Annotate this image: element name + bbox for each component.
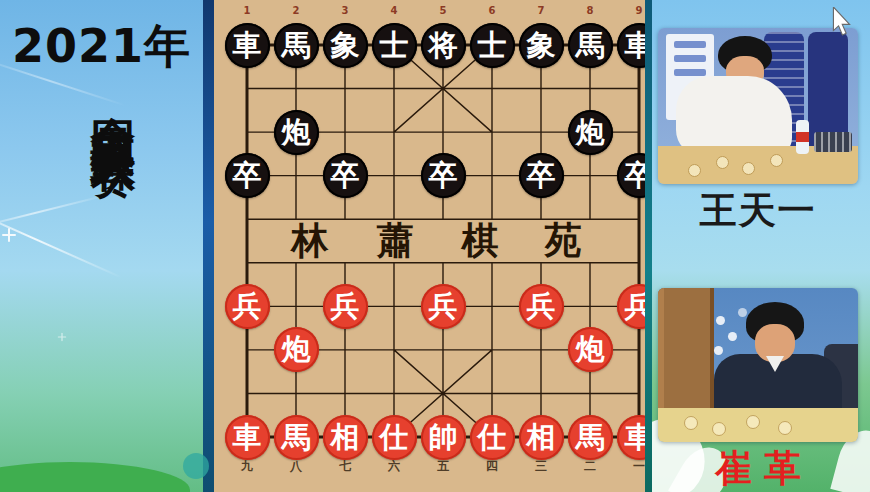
- bottom-column-number: 二: [584, 458, 596, 475]
- wooden-door: [658, 288, 714, 410]
- blossom-graphic: [714, 346, 723, 355]
- top-column-number: 6: [489, 5, 496, 16]
- player-name-bottom: 崔革: [658, 444, 858, 492]
- piece-black-象[interactable]: 象: [519, 23, 564, 68]
- piece-black-士[interactable]: 士: [470, 23, 515, 68]
- river-watermark-char: 林: [292, 216, 329, 266]
- piece-black-炮[interactable]: 炮: [568, 110, 613, 155]
- hill-graphic: [0, 462, 190, 492]
- xiangqi-piece-blur: [742, 162, 755, 175]
- piece-red-相[interactable]: 相: [323, 415, 368, 460]
- bottom-column-number: 九: [241, 458, 253, 475]
- blossom-graphic: [738, 308, 747, 317]
- bottom-column-number: 五: [437, 458, 449, 475]
- xiangqi-board: 123456789 林蕭棋苑 九八七六五四三二一 車馬象士将士象馬車炮炮卒卒卒卒…: [214, 0, 645, 492]
- event-title-vertical: 全国象棋甲级联赛: [88, 80, 138, 120]
- sparkle-streak: [0, 194, 108, 232]
- blossom-graphic: [716, 316, 725, 325]
- piece-black-卒[interactable]: 卒: [225, 153, 270, 198]
- piece-red-兵[interactable]: 兵: [421, 284, 466, 329]
- water-bottle: [796, 120, 809, 154]
- sparkle-streak: [0, 199, 122, 278]
- river-watermark-char: 苑: [545, 216, 582, 266]
- piece-black-馬[interactable]: 馬: [274, 23, 319, 68]
- piece-black-象[interactable]: 象: [323, 23, 368, 68]
- top-column-number: 5: [440, 5, 447, 16]
- piece-red-馬[interactable]: 馬: [568, 415, 613, 460]
- xiangqi-piece-blur: [770, 154, 783, 167]
- event-year: 2021年: [0, 16, 203, 78]
- piece-black-士[interactable]: 士: [372, 23, 417, 68]
- top-column-number: 3: [342, 5, 349, 16]
- piece-red-兵[interactable]: 兵: [225, 284, 270, 329]
- teal-dot-graphic: [183, 453, 209, 479]
- bottom-column-number: 八: [290, 458, 302, 475]
- player-name-top: 王天一: [658, 186, 858, 236]
- xiangqi-piece-blur: [746, 415, 760, 429]
- xiangqi-piece-blur: [684, 416, 698, 430]
- bottom-column-number: 三: [535, 458, 547, 475]
- piece-red-兵[interactable]: 兵: [323, 284, 368, 329]
- player-photo-bottom: [658, 288, 858, 442]
- frame-edge-right: [645, 0, 652, 492]
- piece-black-馬[interactable]: 馬: [568, 23, 613, 68]
- player-photo-top: [658, 28, 858, 184]
- bottom-column-number: 六: [388, 458, 400, 475]
- river-watermark-char: 蕭: [377, 216, 414, 266]
- piece-red-馬[interactable]: 馬: [274, 415, 319, 460]
- piece-black-卒[interactable]: 卒: [323, 153, 368, 198]
- piece-red-兵[interactable]: 兵: [519, 284, 564, 329]
- piece-black-車[interactable]: 車: [225, 23, 270, 68]
- piece-red-仕[interactable]: 仕: [372, 415, 417, 460]
- xiangqi-piece-blur: [712, 422, 726, 436]
- bottom-column-number: 一: [633, 458, 645, 475]
- piece-red-炮[interactable]: 炮: [568, 327, 613, 372]
- top-column-number: 1: [244, 5, 251, 16]
- piece-red-車[interactable]: 車: [225, 415, 270, 460]
- left-title-panel: 2021年 全国象棋甲级联赛: [0, 0, 203, 492]
- river-watermark-char: 棋: [462, 216, 499, 266]
- bottom-column-number: 七: [339, 458, 351, 475]
- top-column-number: 9: [636, 5, 643, 16]
- sparkle-glint: [58, 333, 66, 341]
- bottom-column-number: 四: [486, 458, 498, 475]
- video-frame: 2021年 全国象棋甲级联赛 123456789 林蕭棋苑 九八七六五四三二一 …: [0, 0, 870, 492]
- top-column-number: 2: [293, 5, 300, 16]
- player-shirt: [676, 76, 792, 156]
- top-column-number: 7: [538, 5, 545, 16]
- piece-black-卒[interactable]: 卒: [519, 153, 564, 198]
- piece-black-卒[interactable]: 卒: [421, 153, 466, 198]
- piece-black-炮[interactable]: 炮: [274, 110, 319, 155]
- sparkle-glint: [2, 228, 16, 242]
- top-column-number: 4: [391, 5, 398, 16]
- top-column-number: 8: [587, 5, 594, 16]
- piece-tray: [814, 132, 852, 152]
- frame-edge-left: [203, 0, 214, 492]
- piece-red-帥[interactable]: 帥: [421, 415, 466, 460]
- xiangqi-piece-blur: [778, 421, 792, 435]
- blossom-graphic: [728, 332, 737, 341]
- mouse-cursor: [831, 7, 853, 37]
- players-panel: 王天一 崔革: [652, 0, 870, 492]
- xiangqi-piece-blur: [688, 164, 701, 177]
- piece-black-将[interactable]: 将: [421, 23, 466, 68]
- piece-red-炮[interactable]: 炮: [274, 327, 319, 372]
- piece-red-相[interactable]: 相: [519, 415, 564, 460]
- xiangqi-piece-blur: [716, 156, 729, 169]
- piece-red-仕[interactable]: 仕: [470, 415, 515, 460]
